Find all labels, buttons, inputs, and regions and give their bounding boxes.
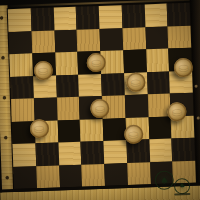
square-b8[interactable] xyxy=(36,165,60,188)
square-f8[interactable] xyxy=(127,162,151,185)
square-f1[interactable] xyxy=(121,4,145,27)
square-e6[interactable] xyxy=(103,118,127,141)
rail-screw-icon xyxy=(1,56,4,59)
square-b1[interactable] xyxy=(31,8,55,31)
square-g7[interactable] xyxy=(149,139,173,162)
rail-screw-icon xyxy=(4,136,7,139)
checker-glyph: ⛀ xyxy=(171,105,182,118)
square-e1[interactable] xyxy=(99,5,123,28)
square-d1[interactable] xyxy=(76,6,100,29)
rail-screw-icon xyxy=(195,85,198,88)
square-c3[interactable] xyxy=(55,52,79,75)
square-a7[interactable] xyxy=(12,143,36,166)
square-g1[interactable] xyxy=(144,4,168,27)
square-g6[interactable] xyxy=(148,116,172,139)
rail-screw-icon xyxy=(3,96,6,99)
square-f2[interactable] xyxy=(122,27,146,50)
checker-glyph: ⛀ xyxy=(33,122,44,135)
rail-screw-icon xyxy=(6,176,9,179)
square-c7[interactable] xyxy=(58,142,82,165)
square-a1[interactable] xyxy=(8,8,32,31)
square-e7[interactable] xyxy=(103,140,127,163)
checkers-board xyxy=(8,3,196,189)
square-c5[interactable] xyxy=(56,97,80,120)
square-d2[interactable] xyxy=(77,28,101,51)
square-h7[interactable] xyxy=(172,138,196,161)
checker-glyph: ⛀ xyxy=(37,64,48,77)
square-g3[interactable] xyxy=(146,49,170,72)
checker-glyph: ⛀ xyxy=(130,76,141,89)
checker-piece-b3[interactable]: ⛀ xyxy=(33,60,53,80)
square-d4[interactable] xyxy=(78,73,102,96)
square-c8[interactable] xyxy=(59,164,83,187)
square-f5[interactable] xyxy=(125,94,149,117)
square-h1[interactable] xyxy=(167,3,191,26)
square-g2[interactable] xyxy=(145,26,169,49)
square-f3[interactable] xyxy=(123,49,147,72)
square-d8[interactable] xyxy=(81,163,105,186)
square-a8[interactable] xyxy=(13,166,37,189)
square-b5[interactable] xyxy=(34,98,58,121)
square-a5[interactable] xyxy=(11,98,35,121)
square-a2[interactable] xyxy=(9,31,33,54)
square-a4[interactable] xyxy=(10,76,34,99)
square-c1[interactable] xyxy=(53,7,77,30)
square-g4[interactable] xyxy=(147,71,171,94)
square-c6[interactable] xyxy=(57,119,81,142)
checker-glyph: ⛀ xyxy=(94,102,105,115)
checker-glyph: ⛀ xyxy=(128,128,139,141)
square-d6[interactable] xyxy=(80,118,104,141)
square-a3[interactable] xyxy=(9,53,33,76)
square-c4[interactable] xyxy=(56,74,80,97)
rail-screw-icon xyxy=(0,16,3,19)
square-e8[interactable] xyxy=(104,163,128,186)
board-tilt-wrapper: ⛀⛀⛀⛀⛀⛀⛀⛀♠♠ xyxy=(0,0,200,200)
checker-glyph: ⛀ xyxy=(91,56,102,69)
square-h2[interactable] xyxy=(168,25,192,48)
square-b2[interactable] xyxy=(31,30,55,53)
checkers-board-photo: ⛀⛀⛀⛀⛀⛀⛀⛀♠♠ xyxy=(0,0,200,200)
square-e4[interactable] xyxy=(101,73,125,96)
rail-screw-icon xyxy=(197,117,200,120)
checker-glyph: ⛀ xyxy=(178,61,189,74)
square-e2[interactable] xyxy=(100,28,124,51)
square-d7[interactable] xyxy=(81,141,105,164)
square-b7[interactable] xyxy=(35,142,59,165)
square-c2[interactable] xyxy=(54,29,78,52)
